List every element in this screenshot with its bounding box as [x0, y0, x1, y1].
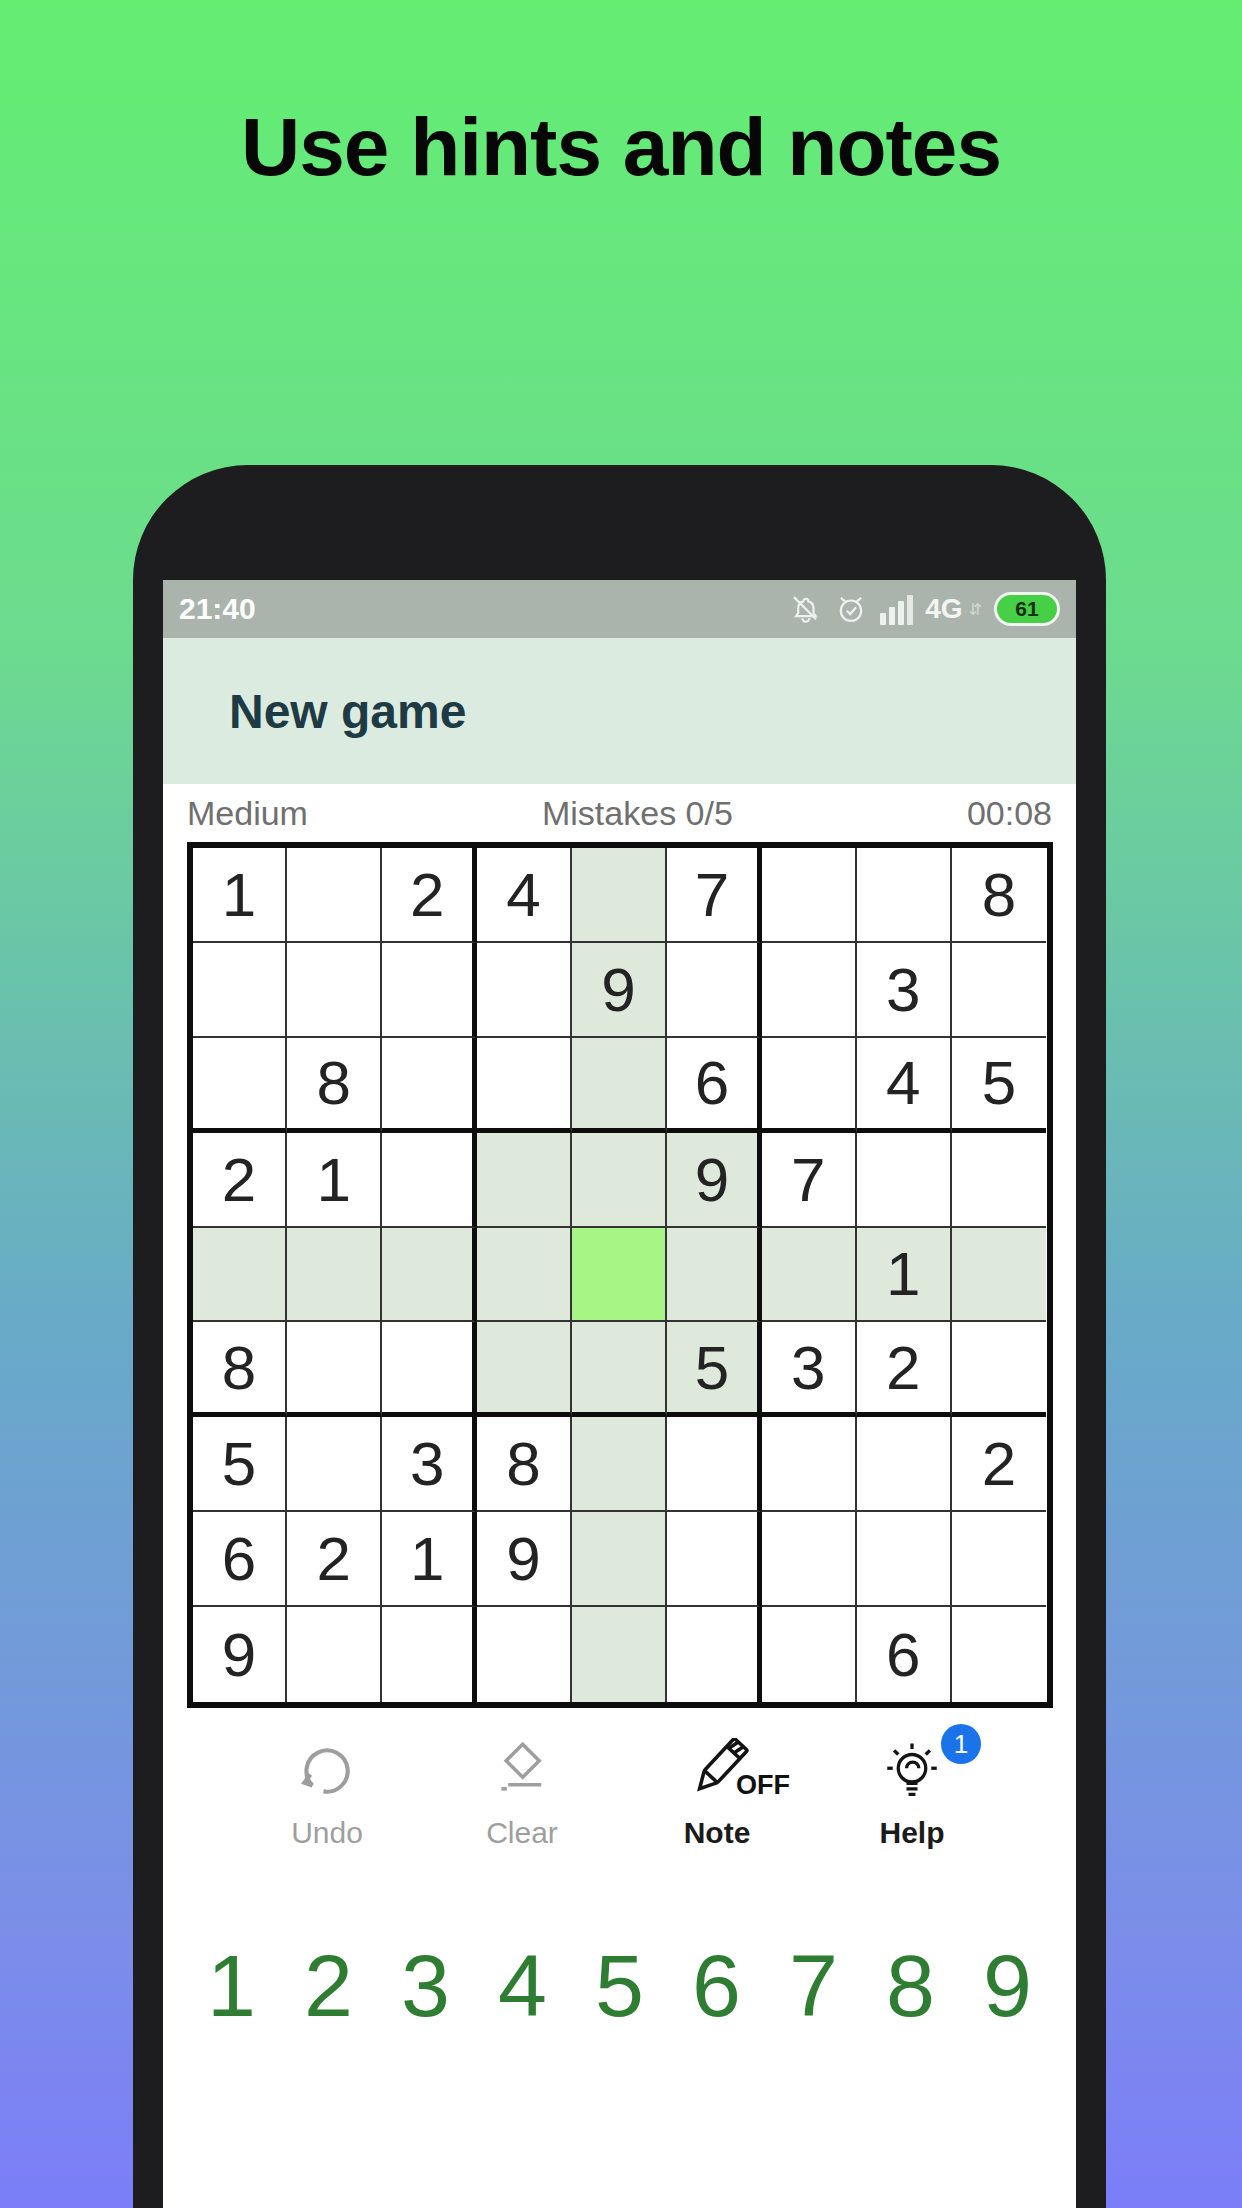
undo-button[interactable]: Undo — [267, 1738, 387, 1850]
cell-r8c5[interactable] — [572, 1512, 667, 1607]
phone-screen: 21:40 — [163, 580, 1076, 2208]
cell-r1c8[interactable] — [857, 848, 952, 943]
undo-label: Undo — [291, 1816, 363, 1850]
mistakes-label: Mistakes 0/5 — [542, 794, 733, 833]
network-type-label: 4G — [925, 593, 962, 625]
cell-r6c6[interactable]: 5 — [667, 1322, 762, 1417]
numpad-2[interactable]: 2 — [304, 1942, 353, 2030]
cell-r3c6[interactable]: 6 — [667, 1038, 762, 1133]
cell-r1c6[interactable]: 7 — [667, 848, 762, 943]
cell-r3c4[interactable] — [477, 1038, 572, 1133]
numpad-9[interactable]: 9 — [983, 1942, 1032, 2030]
game-info-row: Medium Mistakes 0/5 00:08 — [163, 784, 1076, 842]
page-title: Use hints and notes — [0, 100, 1242, 194]
status-bar: 21:40 — [163, 580, 1076, 638]
cell-r7c9[interactable]: 2 — [952, 1417, 1047, 1512]
cell-r3c9[interactable]: 5 — [952, 1038, 1047, 1133]
network-arrows-icon: ⇵ — [969, 600, 982, 619]
cell-r1c4[interactable]: 4 — [477, 848, 572, 943]
cell-r5c6[interactable] — [667, 1228, 762, 1323]
cell-r2c2[interactable] — [287, 943, 382, 1038]
cell-r6c2[interactable] — [287, 1322, 382, 1417]
cell-r5c1[interactable] — [193, 1228, 288, 1323]
numpad-3[interactable]: 3 — [401, 1942, 450, 2030]
cell-r8c7[interactable] — [762, 1512, 857, 1607]
cell-r6c5[interactable] — [572, 1322, 667, 1417]
undo-arrow-icon — [294, 1738, 360, 1804]
cell-r1c2[interactable] — [287, 848, 382, 943]
cell-r3c1[interactable] — [193, 1038, 288, 1133]
numpad-8[interactable]: 8 — [886, 1942, 935, 2030]
cell-r1c7[interactable] — [762, 848, 857, 943]
bell-muted-icon — [788, 592, 822, 626]
cell-r6c4[interactable] — [477, 1322, 572, 1417]
cell-r4c9[interactable] — [952, 1133, 1047, 1228]
cell-r2c5[interactable]: 9 — [572, 943, 667, 1038]
cell-r2c1[interactable] — [193, 943, 288, 1038]
cell-r2c3[interactable] — [382, 943, 477, 1038]
cell-r5c7[interactable] — [762, 1228, 857, 1323]
cell-r6c3[interactable] — [382, 1322, 477, 1417]
cell-r9c8[interactable]: 6 — [857, 1607, 952, 1702]
cell-r1c5[interactable] — [572, 848, 667, 943]
cell-r7c4[interactable]: 8 — [477, 1417, 572, 1512]
numpad-6[interactable]: 6 — [692, 1942, 741, 2030]
numpad-5[interactable]: 5 — [595, 1942, 644, 2030]
cell-r9c4[interactable] — [477, 1607, 572, 1702]
cell-r8c4[interactable]: 9 — [477, 1512, 572, 1607]
help-label: Help — [879, 1816, 944, 1850]
pencil-icon: OFF — [684, 1738, 750, 1804]
help-badge: 1 — [941, 1724, 981, 1764]
cell-r4c4[interactable] — [477, 1133, 572, 1228]
cell-r9c6[interactable] — [667, 1607, 762, 1702]
cell-r9c5[interactable] — [572, 1607, 667, 1702]
alarm-clock-icon — [834, 592, 868, 626]
cell-r2c6[interactable] — [667, 943, 762, 1038]
cell-r3c7[interactable] — [762, 1038, 857, 1133]
cell-r4c1[interactable]: 2 — [193, 1133, 288, 1228]
cell-r3c3[interactable] — [382, 1038, 477, 1133]
cell-r5c8[interactable]: 1 — [857, 1228, 952, 1323]
cell-r6c1[interactable]: 8 — [193, 1322, 288, 1417]
cell-r7c2[interactable] — [287, 1417, 382, 1512]
status-icons: 4G ⇵ 61 — [788, 592, 1060, 626]
toolbar: Undo Clear — [163, 1738, 1076, 1850]
numpad-1[interactable]: 1 — [207, 1942, 256, 2030]
note-state-label: OFF — [736, 1770, 790, 1801]
cell-r9c2[interactable] — [287, 1607, 382, 1702]
signal-bars-icon — [880, 593, 913, 625]
cell-r7c7[interactable] — [762, 1417, 857, 1512]
cell-r7c8[interactable] — [857, 1417, 952, 1512]
cell-r2c8[interactable]: 3 — [857, 943, 952, 1038]
cell-r4c3[interactable] — [382, 1133, 477, 1228]
cell-r9c3[interactable] — [382, 1607, 477, 1702]
cell-r6c9[interactable] — [952, 1322, 1047, 1417]
cell-r5c4[interactable] — [477, 1228, 572, 1323]
cell-r7c5[interactable] — [572, 1417, 667, 1512]
timer-label: 00:08 — [967, 794, 1052, 833]
cell-r1c3[interactable]: 2 — [382, 848, 477, 943]
cell-r1c1[interactable]: 1 — [193, 848, 288, 943]
help-button[interactable]: 1 Help — [852, 1738, 972, 1850]
status-time: 21:40 — [179, 592, 256, 626]
cell-r7c6[interactable] — [667, 1417, 762, 1512]
cell-r4c7[interactable]: 7 — [762, 1133, 857, 1228]
cell-r6c8[interactable]: 2 — [857, 1322, 952, 1417]
note-button[interactable]: OFF Note — [657, 1738, 777, 1850]
eraser-icon — [489, 1738, 555, 1804]
cell-r8c9[interactable] — [952, 1512, 1047, 1607]
cell-r9c1[interactable]: 9 — [193, 1607, 288, 1702]
lightbulb-icon: 1 — [879, 1738, 945, 1804]
numpad-7[interactable]: 7 — [789, 1942, 838, 2030]
cell-r1c9[interactable]: 8 — [952, 848, 1047, 943]
cell-r8c3[interactable]: 1 — [382, 1512, 477, 1607]
cell-r3c2[interactable]: 8 — [287, 1038, 382, 1133]
cell-r4c5[interactable] — [572, 1133, 667, 1228]
cell-r3c8[interactable]: 4 — [857, 1038, 952, 1133]
cell-r4c2[interactable]: 1 — [287, 1133, 382, 1228]
cell-r9c7[interactable] — [762, 1607, 857, 1702]
cell-r8c2[interactable]: 2 — [287, 1512, 382, 1607]
cell-r4c6[interactable]: 9 — [667, 1133, 762, 1228]
cell-r8c8[interactable] — [857, 1512, 952, 1607]
cell-r5c2[interactable] — [287, 1228, 382, 1323]
difficulty-label: Medium — [187, 794, 308, 833]
cell-r2c4[interactable] — [477, 943, 572, 1038]
app-header: New game — [163, 638, 1076, 784]
cell-r7c3[interactable]: 3 — [382, 1417, 477, 1512]
phone-frame: 21:40 — [133, 465, 1106, 2208]
cell-r4c8[interactable] — [857, 1133, 952, 1228]
note-label: Note — [684, 1816, 751, 1850]
clear-button[interactable]: Clear — [462, 1738, 582, 1850]
cell-r7c1[interactable]: 5 — [193, 1417, 288, 1512]
app-header-title: New game — [229, 684, 466, 739]
cell-r9c9[interactable] — [952, 1607, 1047, 1702]
sudoku-board: 124789386452197185325382621996 — [187, 842, 1053, 1708]
cell-r2c7[interactable] — [762, 943, 857, 1038]
clear-label: Clear — [486, 1816, 558, 1850]
battery-icon: 61 — [994, 592, 1060, 626]
number-pad: 123456789 — [163, 1942, 1076, 2030]
numpad-4[interactable]: 4 — [498, 1942, 547, 2030]
cell-r2c9[interactable] — [952, 943, 1047, 1038]
cell-r6c7[interactable]: 3 — [762, 1322, 857, 1417]
cell-r8c6[interactable] — [667, 1512, 762, 1607]
screenshot-canvas: Use hints and notes 21:40 — [0, 0, 1242, 2208]
cell-r3c5[interactable] — [572, 1038, 667, 1133]
cell-r5c5[interactable] — [572, 1228, 667, 1323]
cell-r5c3[interactable] — [382, 1228, 477, 1323]
cell-r5c9[interactable] — [952, 1228, 1047, 1323]
cell-r8c1[interactable]: 6 — [193, 1512, 288, 1607]
